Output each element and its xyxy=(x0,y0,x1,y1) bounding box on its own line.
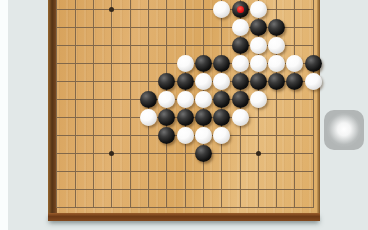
stone-button[interactable] xyxy=(324,110,364,150)
white-stone-icon xyxy=(327,113,361,147)
board-front-face xyxy=(48,213,320,221)
board-left-edge xyxy=(48,0,57,213)
go-board[interactable] xyxy=(57,0,317,213)
game-screen xyxy=(0,0,368,230)
page-margin xyxy=(0,0,8,230)
board-right-edge xyxy=(317,0,320,213)
